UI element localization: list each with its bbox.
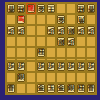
- board-square[interactable]: 金: [36, 3, 46, 14]
- board-square[interactable]: 香: [6, 83, 16, 94]
- board-square[interactable]: [6, 14, 16, 25]
- board-square[interactable]: 香: [6, 3, 16, 14]
- board-square[interactable]: [6, 47, 16, 58]
- board-square[interactable]: [26, 61, 36, 72]
- board-square[interactable]: 馬: [16, 14, 26, 25]
- shogi-piece[interactable]: 歩: [67, 62, 75, 71]
- shogi-piece[interactable]: 王: [47, 4, 55, 13]
- board-square[interactable]: 桂: [16, 3, 26, 14]
- board-square[interactable]: [66, 14, 76, 25]
- board-square[interactable]: 王: [46, 3, 56, 14]
- shogi-piece[interactable]: 歩: [77, 62, 85, 71]
- board-square[interactable]: 香: [86, 3, 96, 14]
- last-move-square[interactable]: 龍: [26, 3, 36, 14]
- board-square[interactable]: 歩: [6, 61, 16, 72]
- board-square[interactable]: 桂: [76, 3, 86, 14]
- board-square[interactable]: [76, 36, 86, 47]
- shogi-piece[interactable]: 香: [7, 4, 15, 13]
- board-square[interactable]: [66, 72, 76, 83]
- board-square[interactable]: 歩: [76, 61, 86, 72]
- shogi-piece[interactable]: 歩: [17, 62, 25, 71]
- shogi-piece[interactable]: 香: [87, 84, 95, 93]
- shogi-piece[interactable]: 香: [7, 84, 15, 93]
- board-square[interactable]: [56, 72, 66, 83]
- board-square[interactable]: [26, 14, 36, 25]
- board-square[interactable]: 銀: [66, 83, 76, 94]
- board-square[interactable]: 歩: [56, 25, 66, 36]
- board-square[interactable]: 歩: [86, 61, 96, 72]
- board-square[interactable]: 角: [76, 14, 86, 25]
- shogi-piece[interactable]: 金: [57, 15, 65, 24]
- board-square[interactable]: 桂: [36, 47, 46, 58]
- board-square[interactable]: 歩: [46, 25, 56, 36]
- shogi-piece[interactable]: 桂: [17, 4, 25, 13]
- board-square[interactable]: 歩: [56, 61, 66, 72]
- board-square[interactable]: 金: [36, 83, 46, 94]
- board-square[interactable]: 銀: [56, 36, 66, 47]
- board-square[interactable]: 歩: [16, 61, 26, 72]
- board-square[interactable]: [86, 47, 96, 58]
- board-square[interactable]: 銀: [66, 25, 76, 36]
- board-square[interactable]: [66, 47, 76, 58]
- shogi-piece[interactable]: 歩: [77, 26, 85, 35]
- shogi-piece[interactable]: 歩: [47, 62, 55, 71]
- board-square[interactable]: [36, 72, 46, 83]
- board-square[interactable]: 香: [86, 83, 96, 94]
- shogi-piece[interactable]: 歩: [7, 26, 15, 35]
- shogi-piece[interactable]: 銀: [57, 37, 65, 46]
- shogi-piece[interactable]: 歩: [37, 62, 45, 71]
- board-square[interactable]: [26, 47, 36, 58]
- shogi-piece[interactable]: 角: [77, 15, 85, 24]
- shogi-piece[interactable]: 金: [37, 84, 45, 93]
- shogi-piece[interactable]: 桂: [37, 48, 45, 57]
- shogi-piece[interactable]: 桂: [77, 4, 85, 13]
- board-square[interactable]: 歩: [66, 36, 76, 47]
- board-square[interactable]: 歩: [6, 25, 16, 36]
- board-square[interactable]: [56, 3, 66, 14]
- shogi-piece[interactable]: 歩: [87, 62, 95, 71]
- shogi-piece[interactable]: 金: [37, 4, 45, 13]
- shogi-piece[interactable]: 歩: [47, 26, 55, 35]
- board-square[interactable]: [46, 14, 56, 25]
- board-square[interactable]: [76, 47, 86, 58]
- board-square[interactable]: [26, 36, 36, 47]
- shogi-piece[interactable]: 金: [57, 84, 65, 93]
- board-square[interactable]: [26, 83, 36, 94]
- board-square[interactable]: 桂: [76, 83, 86, 94]
- shogi-piece[interactable]: 桂: [77, 84, 85, 93]
- shogi-piece[interactable]: 香: [87, 4, 95, 13]
- board-square[interactable]: 歩: [76, 25, 86, 36]
- board-square[interactable]: 歩: [16, 25, 26, 36]
- shogi-piece[interactable]: 歩: [67, 37, 75, 46]
- shogi-piece[interactable]: 銀: [67, 84, 75, 93]
- shogi-piece[interactable]: 馬: [17, 15, 25, 24]
- board-square[interactable]: [46, 47, 56, 58]
- shogi-piece[interactable]: 龍: [27, 4, 35, 13]
- board-square[interactable]: 銀: [16, 72, 26, 83]
- shogi-piece[interactable]: 歩: [7, 62, 15, 71]
- board-square[interactable]: [16, 47, 26, 58]
- shogi-piece[interactable]: 歩: [87, 26, 95, 35]
- shogi-board: 香桂龍金王桂香馬金角歩歩歩歩銀歩歩銀歩桂歩歩歩歩歩歩歩歩銀香金玉金銀桂香: [5, 2, 97, 95]
- shogi-piece[interactable]: 歩: [57, 26, 65, 35]
- board-square[interactable]: [46, 72, 56, 83]
- board-square[interactable]: 玉: [46, 83, 56, 94]
- board-square[interactable]: [76, 72, 86, 83]
- board-square[interactable]: [86, 14, 96, 25]
- board-square[interactable]: 歩: [36, 61, 46, 72]
- board-square[interactable]: [36, 25, 46, 36]
- board-square[interactable]: [66, 3, 76, 14]
- board-square[interactable]: [16, 83, 26, 94]
- board-square[interactable]: 金: [56, 14, 66, 25]
- board-square[interactable]: [56, 47, 66, 58]
- shogi-piece[interactable]: 銀: [67, 26, 75, 35]
- board-square[interactable]: [6, 72, 16, 83]
- board-square[interactable]: [6, 36, 16, 47]
- board-square[interactable]: 歩: [66, 61, 76, 72]
- board-square[interactable]: 歩: [86, 25, 96, 36]
- shogi-piece[interactable]: 銀: [17, 73, 25, 82]
- board-square[interactable]: [86, 36, 96, 47]
- board-square[interactable]: [26, 25, 36, 36]
- board-square[interactable]: 歩: [46, 61, 56, 72]
- board-square[interactable]: [46, 36, 56, 47]
- board-square[interactable]: [36, 36, 46, 47]
- board-square[interactable]: [86, 72, 96, 83]
- shogi-piece[interactable]: 歩: [57, 62, 65, 71]
- board-square[interactable]: [26, 72, 36, 83]
- board-square[interactable]: [36, 14, 46, 25]
- shogi-piece[interactable]: 歩: [17, 26, 25, 35]
- shogi-piece[interactable]: 玉: [47, 84, 55, 93]
- shogi-app-screen: 香桂龍金王桂香馬金角歩歩歩歩銀歩歩銀歩桂歩歩歩歩歩歩歩歩銀香金玉金銀桂香: [0, 0, 100, 100]
- board-square[interactable]: 金: [56, 83, 66, 94]
- board-square[interactable]: [16, 36, 26, 47]
